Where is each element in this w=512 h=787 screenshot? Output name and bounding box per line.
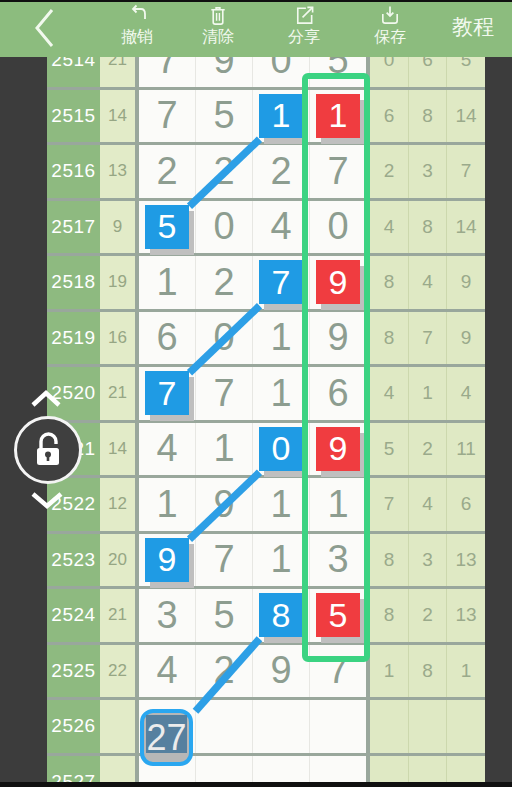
digit-cell[interactable]: 7 — [196, 367, 253, 420]
digit-cell[interactable]: 1 — [253, 534, 310, 587]
table-row: 25242135858213 — [47, 589, 485, 645]
download-icon — [378, 4, 402, 26]
table-row: 25211441095211 — [47, 423, 485, 479]
digit-cell[interactable]: 1 — [196, 423, 253, 476]
blue-selected-digit: 0 — [259, 427, 303, 471]
digit-cell[interactable]: 0 — [310, 201, 366, 254]
stat-value: 4 — [409, 256, 447, 309]
stat-value: 0 — [370, 57, 409, 87]
period-label: 2515 — [47, 90, 100, 143]
clear-button[interactable]: 清除 — [189, 4, 247, 46]
blue-selected-digit: 1 — [259, 94, 303, 138]
save-label: 保存 — [374, 27, 406, 46]
unlock-icon — [31, 432, 65, 468]
period-label: 2526 — [47, 700, 100, 753]
stat-value: 14 — [447, 90, 485, 143]
lock-toggle[interactable] — [14, 416, 82, 484]
stat-value: 9 — [447, 256, 485, 309]
digit-cell[interactable]: 0 — [196, 201, 253, 254]
table-row: 2516132227237 — [47, 145, 485, 201]
stat-value: 6 — [409, 57, 447, 87]
stat-value: 5 — [370, 423, 409, 476]
stat-value: 8 — [409, 90, 447, 143]
digit-cell[interactable]: 2 — [196, 145, 253, 198]
table-row: 2520217716414 — [47, 367, 485, 423]
digit-cell[interactable]: 0 — [196, 312, 253, 365]
digit-cell[interactable]: 3 — [139, 589, 196, 642]
stat-value — [370, 700, 409, 753]
digit-cell[interactable]: 7 — [310, 645, 366, 698]
sum-value: 19 — [100, 256, 135, 309]
period-label: 2524 — [47, 589, 100, 642]
period-label: 2525 — [47, 645, 100, 698]
save-button[interactable]: 保存 — [361, 4, 419, 46]
digit-cell[interactable]: 1 — [253, 90, 310, 143]
sum-value: 16 — [100, 312, 135, 365]
stat-value: 7 — [409, 312, 447, 365]
stat-value: 6 — [447, 478, 485, 531]
period-label: 2522 — [47, 478, 100, 531]
digit-cell[interactable]: 9 — [253, 645, 310, 698]
digit-cell[interactable]: 4 — [253, 201, 310, 254]
digit-cell[interactable]: 9 — [310, 423, 366, 476]
blue-selected-digit: 7 — [145, 371, 189, 415]
digit-cell[interactable]: 2 — [196, 256, 253, 309]
red-hit-digit: 9 — [316, 260, 360, 304]
back-button[interactable] — [28, 6, 62, 50]
blue-selected-digit: 9 — [145, 538, 189, 582]
digit-cell[interactable]: 1 — [253, 478, 310, 531]
digit-cell[interactable]: 4 — [139, 423, 196, 476]
stat-value: 4 — [370, 367, 409, 420]
table-row: 25232097138313 — [47, 534, 485, 590]
digit-cell[interactable]: 7 — [139, 57, 196, 87]
digit-cell[interactable] — [196, 700, 253, 753]
digit-cell[interactable]: 1 — [253, 367, 310, 420]
stat-value: 2 — [409, 589, 447, 642]
digit-cell[interactable]: 1 — [310, 90, 366, 143]
stat-value: 4 — [447, 367, 485, 420]
stat-value — [409, 700, 447, 753]
stat-value: 8 — [370, 256, 409, 309]
digit-cell[interactable]: 9 — [139, 534, 196, 587]
digit-cell[interactable]: 2 — [196, 645, 253, 698]
table-viewport[interactable]: 2514217905065251514751168142516132227237… — [0, 57, 512, 787]
sum-value: 9 — [100, 201, 135, 254]
digit-cell[interactable]: 4 — [139, 645, 196, 698]
undo-icon — [125, 4, 149, 26]
back-chevron-icon — [28, 6, 62, 50]
digit-cell[interactable]: 7 — [253, 256, 310, 309]
table-row: 2522121911746 — [47, 478, 485, 534]
sum-value: 21 — [100, 367, 135, 420]
blue-selected-digit: 8 — [259, 593, 303, 637]
table-row: 25151475116814 — [47, 90, 485, 146]
sum-value: 22 — [100, 645, 135, 698]
digit-cell[interactable]: 8 — [253, 589, 310, 642]
digit-cell[interactable]: 2 — [139, 145, 196, 198]
digit-cell[interactable]: 0 — [253, 57, 310, 87]
digit-cell[interactable]: 9 — [196, 478, 253, 531]
table-row: 2514217905065 — [47, 57, 485, 90]
share-label: 分享 — [288, 27, 320, 46]
digit-cell[interactable]: 5 — [310, 57, 366, 87]
sum-value: 14 — [100, 90, 135, 143]
sum-value: 21 — [100, 589, 135, 642]
stat-value: 3 — [409, 534, 447, 587]
sum-value: 14 — [100, 423, 135, 476]
screen-top-edge — [0, 0, 512, 2]
stat-value: 14 — [447, 201, 485, 254]
share-icon — [292, 4, 316, 26]
stat-value: 1 — [409, 367, 447, 420]
digit-cell[interactable]: 7 — [310, 145, 366, 198]
digit-cell[interactable]: 0 — [253, 423, 310, 476]
toolbar: 撤销 清除 分享 保存 教程 — [0, 0, 512, 57]
sum-value — [100, 700, 135, 753]
pending-value: 27 — [146, 717, 186, 759]
table-row: 252627 — [47, 700, 485, 756]
stat-value: 8 — [370, 534, 409, 587]
period-label: 2523 — [47, 534, 100, 587]
stat-value: 7 — [370, 478, 409, 531]
clear-label: 清除 — [202, 27, 234, 46]
digit-cell[interactable]: 7 — [139, 90, 196, 143]
digit-cell[interactable]: 1 — [139, 478, 196, 531]
digit-cell[interactable]: 5 — [196, 90, 253, 143]
sum-value: 20 — [100, 534, 135, 587]
table-row: 2517950404814 — [47, 201, 485, 257]
digit-cell[interactable]: 5 — [139, 201, 196, 254]
digit-cell[interactable]: 2 — [253, 145, 310, 198]
digit-cell[interactable]: 7 — [139, 367, 196, 420]
stat-value: 9 — [447, 312, 485, 365]
pending-value-cell[interactable]: 27 — [140, 709, 193, 766]
period-label: 2518 — [47, 256, 100, 309]
stat-value: 11 — [447, 423, 485, 476]
trend-table: 2514217905065251514751168142516132227237… — [47, 57, 485, 787]
sum-value: 21 — [100, 57, 135, 87]
period-label: 2516 — [47, 145, 100, 198]
digit-cell[interactable]: 5 — [310, 589, 366, 642]
digit-cell[interactable]: 9 — [310, 312, 366, 365]
stat-value: 5 — [447, 57, 485, 87]
stat-value: 3 — [409, 145, 447, 198]
digit-cell[interactable]: 9 — [310, 256, 366, 309]
digit-cell[interactable]: 3 — [310, 534, 366, 587]
stat-value: 1 — [370, 645, 409, 698]
digit-cell[interactable]: 1 — [139, 256, 196, 309]
digit-cell[interactable] — [310, 700, 366, 753]
table-row: 2525224297181 — [47, 645, 485, 701]
digit-cell[interactable]: 9 — [196, 57, 253, 87]
stat-value: 8 — [370, 589, 409, 642]
digit-cell[interactable] — [253, 700, 310, 753]
stat-value: 8 — [370, 312, 409, 365]
stat-value: 1 — [447, 645, 485, 698]
stat-value: 4 — [370, 201, 409, 254]
period-label: 2517 — [47, 201, 100, 254]
red-hit-digit: 5 — [316, 593, 360, 637]
stat-value: 13 — [447, 534, 485, 587]
digit-cell[interactable]: 1 — [310, 478, 366, 531]
stat-value: 2 — [409, 423, 447, 476]
table-row: 2518191279849 — [47, 256, 485, 312]
sum-value: 13 — [100, 145, 135, 198]
digit-cell[interactable]: 6 — [139, 312, 196, 365]
red-hit-digit: 9 — [316, 427, 360, 471]
period-label: 2514 — [47, 57, 100, 87]
blue-selected-digit: 5 — [145, 205, 189, 249]
undo-label: 撤销 — [121, 27, 153, 46]
sum-value: 12 — [100, 478, 135, 531]
red-hit-digit: 1 — [316, 94, 360, 138]
digit-cell[interactable]: 5 — [196, 589, 253, 642]
digit-cell[interactable]: 1 — [253, 312, 310, 365]
stat-value: 7 — [447, 145, 485, 198]
period-label: 2520 — [47, 367, 100, 420]
stat-value: 8 — [409, 201, 447, 254]
share-button[interactable]: 分享 — [275, 4, 333, 46]
blue-selected-digit: 7 — [259, 260, 303, 304]
period-label: 2519 — [47, 312, 100, 365]
stat-value: 4 — [409, 478, 447, 531]
stat-value — [447, 700, 485, 753]
stat-value: 2 — [370, 145, 409, 198]
digit-cell[interactable]: 27 — [139, 700, 196, 753]
stat-value: 13 — [447, 589, 485, 642]
digit-cell[interactable]: 7 — [196, 534, 253, 587]
digit-cell[interactable]: 6 — [310, 367, 366, 420]
stat-value: 8 — [409, 645, 447, 698]
table-row: 2519166019879 — [47, 312, 485, 368]
screen-bottom-edge — [0, 782, 512, 787]
tutorial-button[interactable]: 教程 — [440, 13, 506, 41]
undo-button[interactable]: 撤销 — [108, 4, 166, 46]
trash-icon — [206, 4, 230, 26]
stat-value: 6 — [370, 90, 409, 143]
